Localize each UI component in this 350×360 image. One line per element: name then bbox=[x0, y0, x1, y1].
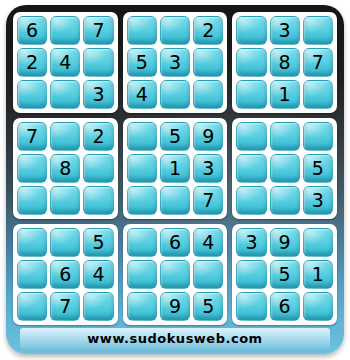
cell-r1c7[interactable] bbox=[236, 16, 266, 45]
cell-r3c5[interactable] bbox=[160, 80, 190, 109]
cell-r8c5[interactable] bbox=[160, 260, 190, 289]
cell-r9c9[interactable] bbox=[303, 292, 333, 321]
cell-r8c7[interactable] bbox=[236, 260, 266, 289]
cell-r5c6[interactable]: 3 bbox=[193, 154, 223, 183]
cell-r3c4[interactable]: 4 bbox=[127, 80, 157, 109]
cell-r7c3[interactable]: 5 bbox=[83, 228, 113, 257]
cell-r6c9[interactable]: 3 bbox=[303, 186, 333, 215]
cell-r3c1[interactable] bbox=[17, 80, 47, 109]
cell-r6c8[interactable] bbox=[270, 186, 300, 215]
cell-r5c8[interactable] bbox=[270, 154, 300, 183]
box-r1c2: 2534 bbox=[123, 12, 228, 113]
box-r1c3: 3871 bbox=[232, 12, 337, 113]
cell-r9c4[interactable] bbox=[127, 292, 157, 321]
cell-r2c5[interactable]: 3 bbox=[160, 48, 190, 77]
cell-r4c3[interactable]: 2 bbox=[83, 122, 113, 151]
cell-r5c7[interactable] bbox=[236, 154, 266, 183]
cell-r9c7[interactable] bbox=[236, 292, 266, 321]
cell-r8c2[interactable]: 6 bbox=[50, 260, 80, 289]
cell-r3c6[interactable] bbox=[193, 80, 223, 109]
cell-r5c9[interactable]: 5 bbox=[303, 154, 333, 183]
cell-r3c7[interactable] bbox=[236, 80, 266, 109]
cell-r8c9[interactable]: 1 bbox=[303, 260, 333, 289]
cell-r6c3[interactable] bbox=[83, 186, 113, 215]
cell-r5c1[interactable] bbox=[17, 154, 47, 183]
cell-r9c1[interactable] bbox=[17, 292, 47, 321]
cell-r6c4[interactable] bbox=[127, 186, 157, 215]
cell-r6c7[interactable] bbox=[236, 186, 266, 215]
cell-r9c5[interactable]: 9 bbox=[160, 292, 190, 321]
cell-r7c5[interactable]: 6 bbox=[160, 228, 190, 257]
cell-r1c3[interactable]: 7 bbox=[83, 16, 113, 45]
cell-r6c5[interactable] bbox=[160, 186, 190, 215]
site-url-label: www.sudokusweb.com bbox=[87, 331, 262, 346]
cell-r4c4[interactable] bbox=[127, 122, 157, 151]
cell-r1c2[interactable] bbox=[50, 16, 80, 45]
cell-r4c8[interactable] bbox=[270, 122, 300, 151]
cell-r7c6[interactable]: 4 bbox=[193, 228, 223, 257]
cell-r4c6[interactable]: 9 bbox=[193, 122, 223, 151]
cell-r8c3[interactable]: 4 bbox=[83, 260, 113, 289]
cell-r7c4[interactable] bbox=[127, 228, 157, 257]
cell-r4c1[interactable]: 7 bbox=[17, 122, 47, 151]
cell-r9c2[interactable]: 7 bbox=[50, 292, 80, 321]
cell-r4c5[interactable]: 5 bbox=[160, 122, 190, 151]
box-r3c3: 39516 bbox=[232, 224, 337, 325]
cell-r5c2[interactable]: 8 bbox=[50, 154, 80, 183]
cell-r7c9[interactable] bbox=[303, 228, 333, 257]
cell-r2c4[interactable]: 5 bbox=[127, 48, 157, 77]
cell-r8c6[interactable] bbox=[193, 260, 223, 289]
cell-r8c1[interactable] bbox=[17, 260, 47, 289]
cell-r2c1[interactable]: 2 bbox=[17, 48, 47, 77]
cell-r8c8[interactable]: 5 bbox=[270, 260, 300, 289]
cell-r3c8[interactable]: 1 bbox=[270, 80, 300, 109]
cell-r7c2[interactable] bbox=[50, 228, 80, 257]
cell-r7c8[interactable]: 9 bbox=[270, 228, 300, 257]
cell-r9c8[interactable]: 6 bbox=[270, 292, 300, 321]
cell-r6c1[interactable] bbox=[17, 186, 47, 215]
cell-r1c4[interactable] bbox=[127, 16, 157, 45]
sudoku-board: 672432534387172859137535647649539516 www… bbox=[6, 5, 344, 354]
cell-r1c1[interactable]: 6 bbox=[17, 16, 47, 45]
box-r2c1: 728 bbox=[13, 118, 118, 219]
cell-r5c3[interactable] bbox=[83, 154, 113, 183]
cell-r1c6[interactable]: 2 bbox=[193, 16, 223, 45]
cell-r9c6[interactable]: 5 bbox=[193, 292, 223, 321]
box-r1c1: 67243 bbox=[13, 12, 118, 113]
cell-r7c7[interactable]: 3 bbox=[236, 228, 266, 257]
cell-r2c3[interactable] bbox=[83, 48, 113, 77]
cell-r1c5[interactable] bbox=[160, 16, 190, 45]
cell-r7c1[interactable] bbox=[17, 228, 47, 257]
box-r3c2: 6495 bbox=[123, 224, 228, 325]
cell-r4c2[interactable] bbox=[50, 122, 80, 151]
box-r3c1: 5647 bbox=[13, 224, 118, 325]
cell-r5c4[interactable] bbox=[127, 154, 157, 183]
cell-r2c8[interactable]: 8 bbox=[270, 48, 300, 77]
sudoku-grid: 672432534387172859137535647649539516 bbox=[13, 12, 337, 325]
cell-r4c9[interactable] bbox=[303, 122, 333, 151]
box-r2c2: 59137 bbox=[123, 118, 228, 219]
cell-r4c7[interactable] bbox=[236, 122, 266, 151]
cell-r2c9[interactable]: 7 bbox=[303, 48, 333, 77]
cell-r2c7[interactable] bbox=[236, 48, 266, 77]
cell-r3c9[interactable] bbox=[303, 80, 333, 109]
cell-r9c3[interactable] bbox=[83, 292, 113, 321]
cell-r3c3[interactable]: 3 bbox=[83, 80, 113, 109]
cell-r1c9[interactable] bbox=[303, 16, 333, 45]
cell-r8c4[interactable] bbox=[127, 260, 157, 289]
cell-r6c2[interactable] bbox=[50, 186, 80, 215]
cell-r2c6[interactable] bbox=[193, 48, 223, 77]
cell-r5c5[interactable]: 1 bbox=[160, 154, 190, 183]
cell-r3c2[interactable] bbox=[50, 80, 80, 109]
box-r2c3: 53 bbox=[232, 118, 337, 219]
cell-r2c2[interactable]: 4 bbox=[50, 48, 80, 77]
footer-band: www.sudokusweb.com bbox=[20, 328, 330, 349]
cell-r6c6[interactable]: 7 bbox=[193, 186, 223, 215]
cell-r1c8[interactable]: 3 bbox=[270, 16, 300, 45]
